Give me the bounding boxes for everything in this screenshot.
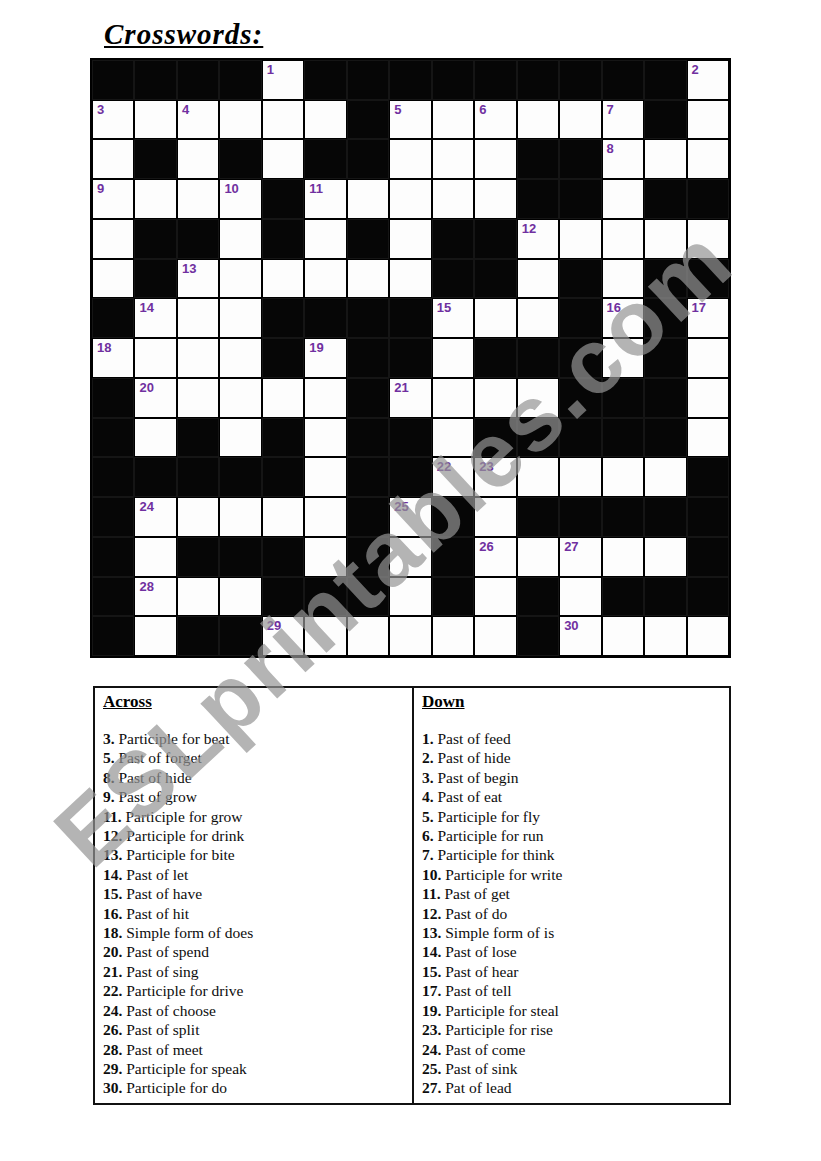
grid-cell-4-10[interactable]	[474, 179, 516, 219]
grid-cell-15-3	[177, 616, 219, 656]
grid-cell-5-14[interactable]	[644, 219, 686, 259]
grid-cell-5-1[interactable]	[92, 219, 134, 259]
grid-cell-12-1	[92, 497, 134, 537]
grid-cell-15-14[interactable]	[644, 616, 686, 656]
grid-cell-8-3[interactable]	[177, 338, 219, 378]
grid-cell-2-9[interactable]	[432, 100, 474, 140]
clue-item-number: 23.	[422, 1021, 441, 1038]
clue-item: 22. Participle for drive	[103, 981, 404, 1000]
clue-item: 15. Past of hear	[422, 962, 721, 981]
grid-cell-10-6[interactable]	[304, 418, 346, 458]
grid-cell-5-2	[134, 219, 176, 259]
grid-cell-2-7	[347, 100, 389, 140]
cell-number: 1	[267, 62, 274, 77]
grid-cell-1-3	[177, 60, 219, 100]
grid-cell-6-14	[644, 259, 686, 299]
grid-cell-8-14	[644, 338, 686, 378]
grid-cell-7-14	[644, 298, 686, 338]
grid-cell-5-11[interactable]: 12	[517, 219, 559, 259]
cell-number: 17	[692, 300, 706, 315]
grid-cell-14-5	[262, 577, 304, 617]
grid-cell-4-8[interactable]	[389, 179, 431, 219]
grid-cell-3-2	[134, 139, 176, 179]
cell-number: 13	[182, 261, 196, 276]
grid-cell-8-8	[389, 338, 431, 378]
clue-item-number: 9.	[103, 788, 115, 805]
grid-cell-2-11[interactable]	[517, 100, 559, 140]
clue-item: 6. Participle for run	[422, 826, 721, 845]
grid-cell-12-10[interactable]	[474, 497, 516, 537]
grid-cell-11-8	[389, 457, 431, 497]
grid-cell-9-15[interactable]	[687, 378, 729, 418]
grid-cell-7-5	[262, 298, 304, 338]
grid-cell-11-9[interactable]: 22	[432, 457, 474, 497]
clue-item: 24. Past of come	[422, 1040, 721, 1059]
grid-cell-4-11	[517, 179, 559, 219]
grid-cell-5-10	[474, 219, 516, 259]
grid-cell-6-11[interactable]	[517, 259, 559, 299]
grid-cell-1-4	[219, 60, 261, 100]
clue-item-number: 26.	[103, 1021, 122, 1038]
clue-item-number: 12.	[103, 827, 122, 844]
down-column: Down 1. Past of feed2. Past of hide3. Pa…	[414, 688, 729, 1103]
clue-item-number: 15.	[103, 885, 122, 902]
grid-cell-14-13	[602, 577, 644, 617]
grid-cell-12-3[interactable]	[177, 497, 219, 537]
grid-cell-13-4	[219, 537, 261, 577]
grid-cell-8-12	[559, 338, 601, 378]
cell-number: 5	[394, 102, 401, 117]
grid-cell-13-6[interactable]	[304, 537, 346, 577]
grid-cell-1-7	[347, 60, 389, 100]
grid-cell-4-12	[559, 179, 601, 219]
grid-cell-11-3	[177, 457, 219, 497]
grid-cell-7-8	[389, 298, 431, 338]
cell-number: 11	[309, 181, 323, 196]
clue-item-number: 1.	[422, 730, 434, 747]
grid-cell-13-10[interactable]: 26	[474, 537, 516, 577]
page-title: Crosswords:	[104, 18, 263, 51]
grid-cell-7-1	[92, 298, 134, 338]
grid-cell-6-7[interactable]	[347, 259, 389, 299]
grid-cell-13-1	[92, 537, 134, 577]
clue-item: 15. Past of have	[103, 884, 404, 903]
down-header: Down	[422, 692, 465, 712]
grid-cell-4-1[interactable]: 9	[92, 179, 134, 219]
grid-cell-9-3[interactable]	[177, 378, 219, 418]
grid-cell-11-10[interactable]: 23	[474, 457, 516, 497]
grid-cell-8-4[interactable]	[219, 338, 261, 378]
grid-cell-3-7	[347, 139, 389, 179]
grid-cell-9-8[interactable]: 21	[389, 378, 431, 418]
clue-item-number: 13.	[422, 924, 441, 941]
grid-cell-5-8[interactable]	[389, 219, 431, 259]
grid-cell-2-4[interactable]	[219, 100, 261, 140]
across-column: Across 3. Participle for beat5. Past of …	[95, 688, 414, 1103]
clue-item: 19. Participle for steal	[422, 1001, 721, 1020]
grid-cell-13-3	[177, 537, 219, 577]
grid-cell-10-10	[474, 418, 516, 458]
grid-cell-10-2[interactable]	[134, 418, 176, 458]
grid-cell-8-13[interactable]	[602, 338, 644, 378]
clue-item-number: 4.	[422, 788, 434, 805]
grid-cell-1-5[interactable]: 1	[262, 60, 304, 100]
clue-item-number: 15.	[422, 963, 441, 980]
clue-item-number: 20.	[103, 943, 122, 960]
grid-cell-10-4[interactable]	[219, 418, 261, 458]
grid-cell-13-13[interactable]	[602, 537, 644, 577]
grid-cell-6-9	[432, 259, 474, 299]
grid-cell-6-4[interactable]	[219, 259, 261, 299]
grid-cell-8-15[interactable]	[687, 338, 729, 378]
grid-cell-8-1[interactable]: 18	[92, 338, 134, 378]
across-clue-list: 3. Participle for beat5. Past of forget8…	[103, 729, 404, 1098]
clue-item: 8. Past of hide	[103, 768, 404, 787]
clue-item-number: 24.	[103, 1002, 122, 1019]
grid-cell-13-9	[432, 537, 474, 577]
grid-cell-7-15[interactable]: 17	[687, 298, 729, 338]
grid-cell-11-13[interactable]	[602, 457, 644, 497]
grid-cell-12-8[interactable]: 25	[389, 497, 431, 537]
clue-item-number: 16.	[103, 905, 122, 922]
cell-number: 20	[139, 380, 153, 395]
grid-cell-4-4[interactable]: 10	[219, 179, 261, 219]
clue-item: 20. Past of spend	[103, 942, 404, 961]
grid-cell-15-4	[219, 616, 261, 656]
grid-cell-12-4[interactable]	[219, 497, 261, 537]
clue-item-number: 25.	[422, 1060, 441, 1077]
clue-item: 14. Past of lose	[422, 942, 721, 961]
grid-cell-2-10[interactable]: 6	[474, 100, 516, 140]
clue-item: 10. Participle for write	[422, 865, 721, 884]
grid-cell-6-1[interactable]	[92, 259, 134, 299]
grid-cell-13-14[interactable]	[644, 537, 686, 577]
grid-cell-10-14	[644, 418, 686, 458]
grid-cell-12-5[interactable]	[262, 497, 304, 537]
grid-cell-1-9	[432, 60, 474, 100]
clue-item-number: 14.	[422, 943, 441, 960]
grid-cell-8-9[interactable]	[432, 338, 474, 378]
clue-item-number: 13.	[103, 846, 122, 863]
clue-item-number: 5.	[422, 808, 434, 825]
grid-cell-13-2[interactable]	[134, 537, 176, 577]
grid-cell-9-9[interactable]	[432, 378, 474, 418]
grid-cell-14-2[interactable]: 28	[134, 577, 176, 617]
grid-cell-14-15	[687, 577, 729, 617]
grid-cell-9-11[interactable]	[517, 378, 559, 418]
cell-number: 18	[97, 340, 111, 355]
clue-item: 12. Participle for drink	[103, 826, 404, 845]
grid-cell-15-5[interactable]: 29	[262, 616, 304, 656]
grid-cell-12-2[interactable]: 24	[134, 497, 176, 537]
grid-cell-6-15	[687, 259, 729, 299]
cell-number: 24	[139, 499, 153, 514]
grid-cell-9-2[interactable]: 20	[134, 378, 176, 418]
grid-cell-11-14[interactable]	[644, 457, 686, 497]
clue-item: 27. Pat of lead	[422, 1078, 721, 1097]
across-header: Across	[103, 692, 152, 712]
clue-item: 7. Participle for think	[422, 845, 721, 864]
grid-cell-3-8[interactable]	[389, 139, 431, 179]
clue-item-number: 8.	[103, 769, 115, 786]
clue-item: 12. Past of do	[422, 904, 721, 923]
down-clue-list: 1. Past of feed2. Past of hide3. Past of…	[422, 729, 721, 1098]
grid-cell-7-3[interactable]	[177, 298, 219, 338]
grid-cell-2-13[interactable]: 7	[602, 100, 644, 140]
grid-cell-5-13[interactable]	[602, 219, 644, 259]
clue-item-number: 17.	[422, 982, 441, 999]
grid-cell-12-6[interactable]	[304, 497, 346, 537]
grid-cell-4-5	[262, 179, 304, 219]
grid-cell-5-4[interactable]	[219, 219, 261, 259]
grid-cell-10-1	[92, 418, 134, 458]
grid-cell-14-6	[304, 577, 346, 617]
grid-cell-6-12	[559, 259, 601, 299]
grid-cell-4-14	[644, 179, 686, 219]
grid-cell-7-9[interactable]: 15	[432, 298, 474, 338]
clue-item: 25. Past of sink	[422, 1059, 721, 1078]
grid-cell-10-8	[389, 418, 431, 458]
grid-cell-9-6[interactable]	[304, 378, 346, 418]
grid-cell-6-5[interactable]	[262, 259, 304, 299]
grid-cell-14-12[interactable]	[559, 577, 601, 617]
grid-cell-10-11	[517, 418, 559, 458]
clue-item-number: 29.	[103, 1060, 122, 1077]
grid-cell-14-3[interactable]	[177, 577, 219, 617]
clue-item-number: 28.	[103, 1041, 122, 1058]
grid-cell-12-15	[687, 497, 729, 537]
grid-cell-2-2[interactable]	[134, 100, 176, 140]
grid-cell-15-15[interactable]	[687, 616, 729, 656]
grid-cell-9-1	[92, 378, 134, 418]
cell-number: 28	[139, 579, 153, 594]
grid-cell-8-2[interactable]	[134, 338, 176, 378]
grid-cell-15-9[interactable]	[432, 616, 474, 656]
grid-cell-15-1	[92, 616, 134, 656]
grid-cell-14-14	[644, 577, 686, 617]
grid-cell-9-10[interactable]	[474, 378, 516, 418]
grid-cell-3-15[interactable]	[687, 139, 729, 179]
grid-cell-7-2[interactable]: 14	[134, 298, 176, 338]
clue-item-number: 5.	[103, 749, 115, 766]
grid-cell-11-6[interactable]	[304, 457, 346, 497]
grid-cell-8-10	[474, 338, 516, 378]
grid-cell-2-15[interactable]	[687, 100, 729, 140]
grid-cell-14-11	[517, 577, 559, 617]
cell-number: 29	[267, 618, 281, 633]
grid-cell-8-6[interactable]: 19	[304, 338, 346, 378]
clue-item-number: 27.	[422, 1079, 441, 1096]
grid-cell-2-12[interactable]	[559, 100, 601, 140]
grid-cell-15-8[interactable]	[389, 616, 431, 656]
clue-item-number: 3.	[103, 730, 115, 747]
grid-cell-13-8[interactable]	[389, 537, 431, 577]
grid-cell-15-7[interactable]	[347, 616, 389, 656]
grid-cell-3-10[interactable]	[474, 139, 516, 179]
grid-cell-15-13[interactable]	[602, 616, 644, 656]
grid-cell-12-13	[602, 497, 644, 537]
grid-cell-12-11	[517, 497, 559, 537]
grid-cell-10-13	[602, 418, 644, 458]
grid-cell-4-2[interactable]	[134, 179, 176, 219]
clue-item-number: 21.	[103, 963, 122, 980]
grid-cell-13-7	[347, 537, 389, 577]
grid-cell-2-5[interactable]	[262, 100, 304, 140]
clue-item-number: 30.	[103, 1079, 122, 1096]
cell-number: 6	[479, 102, 486, 117]
grid-cell-14-1	[92, 577, 134, 617]
grid-cell-9-5[interactable]	[262, 378, 304, 418]
cell-number: 7	[607, 102, 614, 117]
grid-cell-7-4[interactable]	[219, 298, 261, 338]
grid-cell-9-4[interactable]	[219, 378, 261, 418]
grid-cell-3-12	[559, 139, 601, 179]
grid-cell-2-1[interactable]: 3	[92, 100, 134, 140]
grid-cell-10-15[interactable]	[687, 418, 729, 458]
grid-cell-15-10[interactable]	[474, 616, 516, 656]
grid-cell-2-8[interactable]: 5	[389, 100, 431, 140]
clue-item: 17. Past of tell	[422, 981, 721, 1000]
grid-cell-1-10	[474, 60, 516, 100]
grid-cell-10-5	[262, 418, 304, 458]
cell-number: 10	[224, 181, 238, 196]
grid-cell-10-9[interactable]	[432, 418, 474, 458]
clue-item-number: 11.	[422, 885, 441, 902]
grid-cell-3-1[interactable]	[92, 139, 134, 179]
grid-cell-1-14	[644, 60, 686, 100]
grid-cell-6-13[interactable]	[602, 259, 644, 299]
clue-item-number: 11.	[103, 808, 122, 825]
grid-cell-7-11[interactable]	[517, 298, 559, 338]
grid-cell-3-4	[219, 139, 261, 179]
cell-number: 8	[607, 141, 614, 156]
clue-item: 21. Past of sing	[103, 962, 404, 981]
grid-cell-7-6	[304, 298, 346, 338]
clue-item: 14. Past of let	[103, 865, 404, 884]
grid-cell-5-12[interactable]	[559, 219, 601, 259]
grid-cell-12-9	[432, 497, 474, 537]
clue-item-number: 19.	[422, 1002, 441, 1019]
grid-cell-9-13	[602, 378, 644, 418]
grid-cell-6-6[interactable]	[304, 259, 346, 299]
grid-cell-13-15	[687, 537, 729, 577]
cell-number: 15	[437, 300, 451, 315]
grid-cell-11-12[interactable]	[559, 457, 601, 497]
clue-item: 3. Participle for beat	[103, 729, 404, 748]
cell-number: 14	[139, 300, 153, 315]
grid-cell-11-5	[262, 457, 304, 497]
grid-cell-12-12	[559, 497, 601, 537]
grid-cell-3-3[interactable]	[177, 139, 219, 179]
grid-cell-4-9[interactable]	[432, 179, 474, 219]
grid-cell-1-2	[134, 60, 176, 100]
grid-cell-4-3[interactable]	[177, 179, 219, 219]
clue-item: 24. Past of choose	[103, 1001, 404, 1020]
grid-cell-4-15	[687, 179, 729, 219]
clue-item: 13. Simple form of is	[422, 923, 721, 942]
grid-cell-7-13[interactable]: 16	[602, 298, 644, 338]
grid-cell-2-3[interactable]: 4	[177, 100, 219, 140]
clue-item: 16. Past of hit	[103, 904, 404, 923]
grid-cell-14-10[interactable]	[474, 577, 516, 617]
grid-cell-8-7	[347, 338, 389, 378]
clue-item: 11. Participle for grow	[103, 807, 404, 826]
grid-cell-13-12[interactable]: 27	[559, 537, 601, 577]
grid-cell-3-6	[304, 139, 346, 179]
clue-item-number: 2.	[422, 749, 434, 766]
grid-cell-12-14	[644, 497, 686, 537]
grid-cell-10-12	[559, 418, 601, 458]
grid-cell-15-6[interactable]	[304, 616, 346, 656]
clue-item-number: 18.	[103, 924, 122, 941]
cell-number: 30	[564, 618, 578, 633]
crossword-grid: 1234567891011121314151617181920212223242…	[90, 58, 731, 658]
grid-cell-13-11[interactable]	[517, 537, 559, 577]
grid-cell-1-8	[389, 60, 431, 100]
grid-cell-4-7[interactable]	[347, 179, 389, 219]
grid-cell-11-11[interactable]	[517, 457, 559, 497]
grid-cell-5-3	[177, 219, 219, 259]
clue-item: 28. Past of meet	[103, 1040, 404, 1059]
grid-cell-8-11	[517, 338, 559, 378]
grid-cell-3-11	[517, 139, 559, 179]
clue-item-number: 3.	[422, 769, 434, 786]
grid-cell-5-15[interactable]	[687, 219, 729, 259]
grid-cell-3-5[interactable]	[262, 139, 304, 179]
clue-item-number: 6.	[422, 827, 434, 844]
clue-item: 4. Past of eat	[422, 787, 721, 806]
clue-item-number: 10.	[422, 866, 441, 883]
grid-cell-15-12[interactable]: 30	[559, 616, 601, 656]
grid-cell-11-1	[92, 457, 134, 497]
grid-cell-3-13[interactable]: 8	[602, 139, 644, 179]
grid-cell-14-8[interactable]	[389, 577, 431, 617]
grid-cell-2-14	[644, 100, 686, 140]
grid-cell-1-15[interactable]: 2	[687, 60, 729, 100]
cell-number: 3	[97, 102, 104, 117]
grid-cell-5-6[interactable]	[304, 219, 346, 259]
clue-item: 26. Past of split	[103, 1020, 404, 1039]
cell-number: 21	[394, 380, 408, 395]
grid-cell-3-9[interactable]	[432, 139, 474, 179]
grid-cell-4-13[interactable]	[602, 179, 644, 219]
grid-cell-15-2[interactable]	[134, 616, 176, 656]
grid-cell-14-9	[432, 577, 474, 617]
grid-cell-1-11	[517, 60, 559, 100]
grid-cell-6-8[interactable]	[389, 259, 431, 299]
grid-cell-3-14[interactable]	[644, 139, 686, 179]
cell-number: 12	[522, 221, 536, 236]
grid-cell-14-4[interactable]	[219, 577, 261, 617]
grid-cell-4-6[interactable]: 11	[304, 179, 346, 219]
grid-cell-7-12	[559, 298, 601, 338]
grid-cell-11-4	[219, 457, 261, 497]
grid-cell-2-6[interactable]	[304, 100, 346, 140]
grid-cell-10-3	[177, 418, 219, 458]
grid-cell-12-7	[347, 497, 389, 537]
grid-cell-8-5	[262, 338, 304, 378]
clue-item-number: 22.	[103, 982, 122, 999]
grid-cell-6-3[interactable]: 13	[177, 259, 219, 299]
grid-cell-10-7	[347, 418, 389, 458]
grid-cell-7-10[interactable]	[474, 298, 516, 338]
cell-number: 23	[479, 459, 493, 474]
clue-item: 11. Past of get	[422, 884, 721, 903]
clue-item: 5. Past of forget	[103, 748, 404, 767]
cell-number: 19	[309, 340, 323, 355]
clue-item-number: 12.	[422, 905, 441, 922]
grid-cell-11-7	[347, 457, 389, 497]
